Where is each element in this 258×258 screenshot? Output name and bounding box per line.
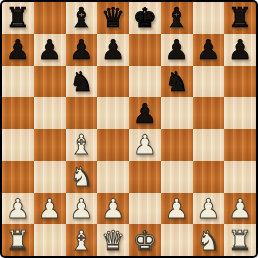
square-b8[interactable]	[34, 2, 66, 34]
square-e7[interactable]	[129, 34, 161, 66]
square-a6[interactable]	[2, 66, 34, 98]
square-e4[interactable]: ♟	[129, 129, 161, 161]
square-c3[interactable]: ♞	[66, 161, 98, 193]
black-queen-icon[interactable]: ♛	[101, 2, 125, 33]
square-c1[interactable]: ♝	[66, 224, 98, 256]
white-bishop-icon[interactable]: ♝	[69, 225, 93, 256]
black-pawn-icon[interactable]: ♟	[38, 34, 62, 65]
black-pawn-icon[interactable]: ♟	[133, 98, 157, 129]
white-pawn-icon[interactable]: ♟	[133, 129, 157, 160]
chess-board: ♜♝♛♚♝♜♟♟♟♟♟♟♟♞♞♟♝♟♞♟♟♟♟♟♟♟♜♝♛♚♞♜	[2, 2, 256, 256]
black-rook-icon[interactable]: ♜	[228, 2, 252, 33]
square-a3[interactable]	[2, 161, 34, 193]
square-a1[interactable]: ♜	[2, 224, 34, 256]
square-f2[interactable]: ♟	[161, 193, 193, 225]
square-c7[interactable]: ♟	[66, 34, 98, 66]
square-b6[interactable]	[34, 66, 66, 98]
black-king-icon[interactable]: ♚	[133, 2, 157, 33]
square-e2[interactable]	[129, 193, 161, 225]
square-b5[interactable]	[34, 97, 66, 129]
white-knight-icon[interactable]: ♞	[69, 161, 93, 192]
square-f4[interactable]	[161, 129, 193, 161]
square-g3[interactable]	[193, 161, 225, 193]
square-c5[interactable]	[66, 97, 98, 129]
white-pawn-icon[interactable]: ♟	[6, 193, 30, 224]
square-h6[interactable]	[224, 66, 256, 98]
white-pawn-icon[interactable]: ♟	[69, 193, 93, 224]
black-pawn-icon[interactable]: ♟	[6, 34, 30, 65]
square-g7[interactable]: ♟	[193, 34, 225, 66]
square-d4[interactable]	[97, 129, 129, 161]
square-h2[interactable]: ♟	[224, 193, 256, 225]
black-rook-icon[interactable]: ♜	[6, 2, 30, 33]
square-a4[interactable]	[2, 129, 34, 161]
white-knight-icon[interactable]: ♞	[196, 225, 220, 256]
square-g1[interactable]: ♞	[193, 224, 225, 256]
square-f1[interactable]	[161, 224, 193, 256]
black-pawn-icon[interactable]: ♟	[196, 34, 220, 65]
square-g8[interactable]	[193, 2, 225, 34]
square-c8[interactable]: ♝	[66, 2, 98, 34]
white-pawn-icon[interactable]: ♟	[165, 193, 189, 224]
white-pawn-icon[interactable]: ♟	[38, 193, 62, 224]
square-c4[interactable]: ♝	[66, 129, 98, 161]
black-bishop-icon[interactable]: ♝	[165, 2, 189, 33]
black-knight-icon[interactable]: ♞	[69, 66, 93, 97]
square-b7[interactable]: ♟	[34, 34, 66, 66]
square-c6[interactable]: ♞	[66, 66, 98, 98]
square-g2[interactable]: ♟	[193, 193, 225, 225]
square-h5[interactable]	[224, 97, 256, 129]
square-d1[interactable]: ♛	[97, 224, 129, 256]
black-bishop-icon[interactable]: ♝	[69, 2, 93, 33]
square-e1[interactable]: ♚	[129, 224, 161, 256]
square-h1[interactable]: ♜	[224, 224, 256, 256]
square-b3[interactable]	[34, 161, 66, 193]
square-e3[interactable]	[129, 161, 161, 193]
square-b2[interactable]: ♟	[34, 193, 66, 225]
white-king-icon[interactable]: ♚	[133, 225, 157, 256]
square-d2[interactable]: ♟	[97, 193, 129, 225]
square-c2[interactable]: ♟	[66, 193, 98, 225]
square-d6[interactable]	[97, 66, 129, 98]
white-pawn-icon[interactable]: ♟	[228, 193, 252, 224]
square-b1[interactable]	[34, 224, 66, 256]
square-f6[interactable]: ♞	[161, 66, 193, 98]
square-f8[interactable]: ♝	[161, 2, 193, 34]
square-a7[interactable]: ♟	[2, 34, 34, 66]
square-a5[interactable]	[2, 97, 34, 129]
square-b4[interactable]	[34, 129, 66, 161]
square-g4[interactable]	[193, 129, 225, 161]
square-d5[interactable]	[97, 97, 129, 129]
square-a8[interactable]: ♜	[2, 2, 34, 34]
square-f5[interactable]	[161, 97, 193, 129]
white-pawn-icon[interactable]: ♟	[101, 193, 125, 224]
square-g5[interactable]	[193, 97, 225, 129]
square-h8[interactable]: ♜	[224, 2, 256, 34]
white-queen-icon[interactable]: ♛	[101, 225, 125, 256]
square-h4[interactable]	[224, 129, 256, 161]
square-g6[interactable]	[193, 66, 225, 98]
black-knight-icon[interactable]: ♞	[165, 66, 189, 97]
square-d8[interactable]: ♛	[97, 2, 129, 34]
square-a2[interactable]: ♟	[2, 193, 34, 225]
white-pawn-icon[interactable]: ♟	[196, 193, 220, 224]
square-f7[interactable]: ♟	[161, 34, 193, 66]
square-d3[interactable]	[97, 161, 129, 193]
chess-board-frame: ♜♝♛♚♝♜♟♟♟♟♟♟♟♞♞♟♝♟♞♟♟♟♟♟♟♟♜♝♛♚♞♜	[0, 0, 258, 258]
black-pawn-icon[interactable]: ♟	[101, 34, 125, 65]
white-bishop-icon[interactable]: ♝	[69, 129, 93, 160]
black-pawn-icon[interactable]: ♟	[228, 34, 252, 65]
square-e8[interactable]: ♚	[129, 2, 161, 34]
square-e6[interactable]	[129, 66, 161, 98]
square-e5[interactable]: ♟	[129, 97, 161, 129]
square-f3[interactable]	[161, 161, 193, 193]
square-h3[interactable]	[224, 161, 256, 193]
black-pawn-icon[interactable]: ♟	[165, 34, 189, 65]
black-pawn-icon[interactable]: ♟	[69, 34, 93, 65]
white-rook-icon[interactable]: ♜	[228, 225, 252, 256]
square-d7[interactable]: ♟	[97, 34, 129, 66]
white-rook-icon[interactable]: ♜	[6, 225, 30, 256]
square-h7[interactable]: ♟	[224, 34, 256, 66]
